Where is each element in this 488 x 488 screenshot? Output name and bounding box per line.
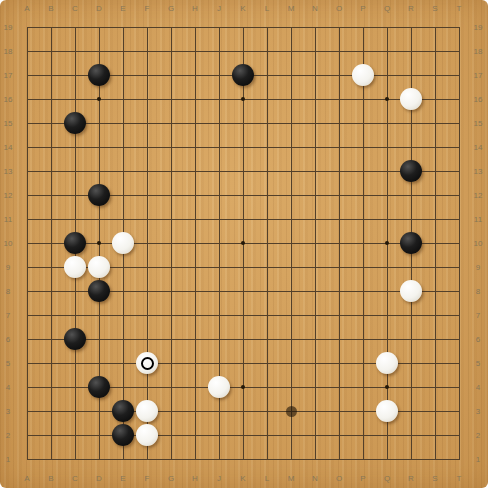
coord-label-2: 2 <box>470 430 486 441</box>
coord-label-12: 12 <box>0 190 16 201</box>
coord-label-N: N <box>307 473 323 484</box>
star-point-Q10 <box>385 241 389 245</box>
coord-label-7: 7 <box>470 310 486 321</box>
black-stone-C10 <box>64 232 86 254</box>
black-stone-C6 <box>64 328 86 350</box>
go-board[interactable]: ABCDEFGHJKLMNOPQRST ABCDEFGHJKLMNOPQRST … <box>0 0 488 488</box>
coord-label-O: O <box>331 473 347 484</box>
black-stone-D17 <box>88 64 110 86</box>
coord-label-F: F <box>139 473 155 484</box>
coord-label-8: 8 <box>0 286 16 297</box>
coord-label-11: 11 <box>0 214 16 225</box>
coord-label-11: 11 <box>470 214 486 225</box>
coord-label-H: H <box>187 473 203 484</box>
coord-label-Q: Q <box>379 473 395 484</box>
coord-label-6: 6 <box>470 334 486 345</box>
coord-label-R: R <box>403 3 419 14</box>
star-point-Q4 <box>385 385 389 389</box>
white-stone-R8 <box>400 280 422 302</box>
coord-label-J: J <box>211 3 227 14</box>
coord-label-C: C <box>67 473 83 484</box>
coord-label-A: A <box>19 3 35 14</box>
coord-label-T: T <box>451 3 467 14</box>
coord-label-19: 19 <box>470 22 486 33</box>
coord-label-C: C <box>67 3 83 14</box>
coord-label-P: P <box>355 473 371 484</box>
white-stone-Q3 <box>376 400 398 422</box>
star-point-Q16 <box>385 97 389 101</box>
coord-label-13: 13 <box>470 166 486 177</box>
coord-label-18: 18 <box>470 46 486 57</box>
white-stone-F3 <box>136 400 158 422</box>
black-stone-R10 <box>400 232 422 254</box>
coord-label-N: N <box>307 3 323 14</box>
coord-label-13: 13 <box>0 166 16 177</box>
black-stone-K17 <box>232 64 254 86</box>
coord-label-2: 2 <box>0 430 16 441</box>
coord-label-4: 4 <box>0 382 16 393</box>
coord-label-18: 18 <box>0 46 16 57</box>
coord-label-4: 4 <box>470 382 486 393</box>
coord-label-8: 8 <box>470 286 486 297</box>
coord-label-H: H <box>187 3 203 14</box>
white-stone-J4 <box>208 376 230 398</box>
ghost-stone-M3[interactable] <box>286 406 297 417</box>
white-stone-C9 <box>64 256 86 278</box>
black-stone-E2 <box>112 424 134 446</box>
black-stone-D8 <box>88 280 110 302</box>
coord-label-A: A <box>19 473 35 484</box>
board-grid[interactable] <box>15 15 471 471</box>
coord-label-G: G <box>163 3 179 14</box>
coord-label-K: K <box>235 3 251 14</box>
star-point-D10 <box>97 241 101 245</box>
coord-label-17: 17 <box>470 70 486 81</box>
coord-label-Q: Q <box>379 3 395 14</box>
coord-label-E: E <box>115 3 131 14</box>
coord-label-B: B <box>43 3 59 14</box>
coord-label-16: 16 <box>470 94 486 105</box>
black-stone-R13 <box>400 160 422 182</box>
coord-label-L: L <box>259 3 275 14</box>
coord-label-M: M <box>283 473 299 484</box>
black-stone-D4 <box>88 376 110 398</box>
coord-label-10: 10 <box>0 238 16 249</box>
coord-label-S: S <box>427 473 443 484</box>
coord-label-J: J <box>211 473 227 484</box>
coord-label-3: 3 <box>470 406 486 417</box>
star-point-K4 <box>241 385 245 389</box>
white-stone-E10 <box>112 232 134 254</box>
coord-label-15: 15 <box>0 118 16 129</box>
coord-label-9: 9 <box>470 262 486 273</box>
star-point-K10 <box>241 241 245 245</box>
coord-label-L: L <box>259 473 275 484</box>
black-stone-C15 <box>64 112 86 134</box>
coord-label-19: 19 <box>0 22 16 33</box>
white-stone-Q5 <box>376 352 398 374</box>
white-stone-D9 <box>88 256 110 278</box>
coord-label-E: E <box>115 473 131 484</box>
coord-label-F: F <box>139 3 155 14</box>
white-stone-P17 <box>352 64 374 86</box>
white-stone-F5 <box>136 352 158 374</box>
coord-label-3: 3 <box>0 406 16 417</box>
coord-label-5: 5 <box>470 358 486 369</box>
white-stone-R16 <box>400 88 422 110</box>
coord-label-1: 1 <box>0 454 16 465</box>
coord-label-P: P <box>355 3 371 14</box>
coord-label-D: D <box>91 3 107 14</box>
coord-label-S: S <box>427 3 443 14</box>
coord-label-15: 15 <box>470 118 486 129</box>
coord-label-7: 7 <box>0 310 16 321</box>
coord-label-R: R <box>403 473 419 484</box>
white-stone-F2 <box>136 424 158 446</box>
coord-label-T: T <box>451 473 467 484</box>
black-stone-D12 <box>88 184 110 206</box>
coord-label-O: O <box>331 3 347 14</box>
coord-label-D: D <box>91 473 107 484</box>
star-point-D16 <box>97 97 101 101</box>
last-move-marker <box>141 357 154 370</box>
coord-label-14: 14 <box>0 142 16 153</box>
coord-label-16: 16 <box>0 94 16 105</box>
coord-label-12: 12 <box>470 190 486 201</box>
black-stone-E3 <box>112 400 134 422</box>
coord-label-9: 9 <box>0 262 16 273</box>
coord-label-M: M <box>283 3 299 14</box>
coord-label-17: 17 <box>0 70 16 81</box>
coord-label-14: 14 <box>470 142 486 153</box>
coord-label-G: G <box>163 473 179 484</box>
coord-label-6: 6 <box>0 334 16 345</box>
coord-label-K: K <box>235 473 251 484</box>
coord-label-1: 1 <box>470 454 486 465</box>
coord-label-10: 10 <box>470 238 486 249</box>
coord-label-B: B <box>43 473 59 484</box>
coord-label-5: 5 <box>0 358 16 369</box>
star-point-K16 <box>241 97 245 101</box>
